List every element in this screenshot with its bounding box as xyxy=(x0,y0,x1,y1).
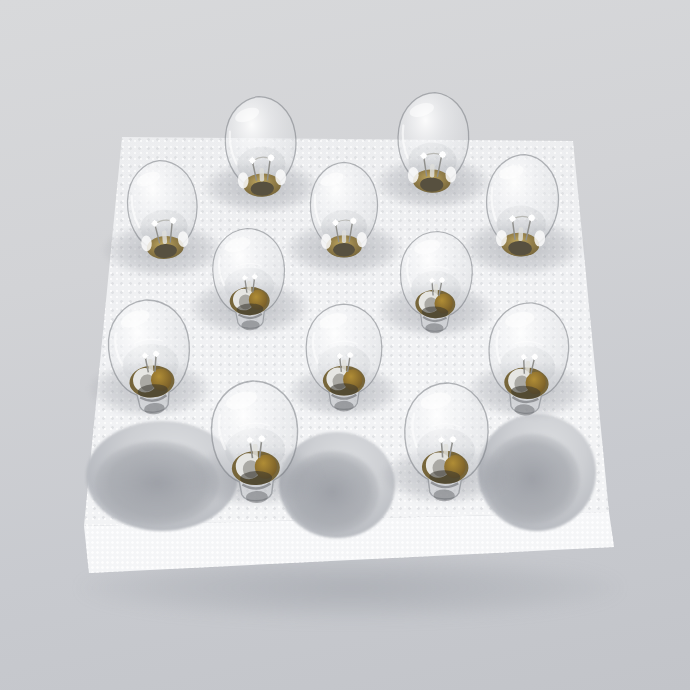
light-bulb xyxy=(471,149,573,274)
light-bulb xyxy=(394,378,498,509)
glass-stem xyxy=(430,164,435,178)
base-glint-right xyxy=(357,232,367,247)
glass-stem xyxy=(342,230,346,243)
light-bulb xyxy=(300,292,388,427)
light-bulb xyxy=(386,87,480,208)
light-bulb xyxy=(200,224,298,337)
light-bulb xyxy=(214,91,308,212)
glass-stem xyxy=(433,284,438,297)
glass-stem xyxy=(342,360,346,374)
light-bulb xyxy=(201,376,310,512)
base-glint-left xyxy=(321,234,331,249)
glass-stem xyxy=(443,444,448,460)
glass-stem xyxy=(247,281,252,294)
light-bulb xyxy=(388,227,484,340)
glass-stem xyxy=(518,227,523,241)
light-bulb xyxy=(298,159,390,271)
glass-stem xyxy=(253,444,259,460)
light-bulb xyxy=(112,154,214,276)
bulbs-layer xyxy=(0,0,690,690)
neck-bottom xyxy=(334,401,353,412)
glass-stem xyxy=(162,231,167,244)
bulb-base-dark xyxy=(330,383,358,395)
product-photo xyxy=(0,0,690,690)
glass-stem xyxy=(259,168,264,182)
bulb-base-dark xyxy=(333,243,355,257)
light-bulb xyxy=(97,293,203,425)
